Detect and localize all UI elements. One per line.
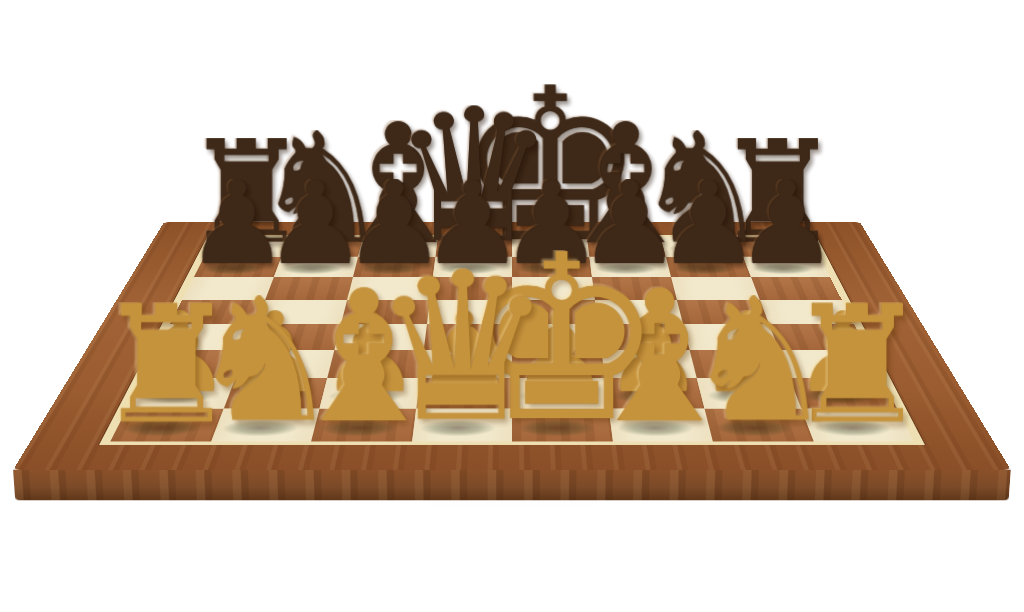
board-front-edge — [13, 470, 1011, 501]
piece-white-queen: ♛ — [370, 268, 554, 428]
piece-white-knight: ♞ — [682, 295, 835, 428]
chess-board: ♜♞♝♛♚♝♞♜♟♟♟♟♟♟♟♟♟♟♟♟♟♟♟♟♜♞♝♛♚♝♞♜ — [13, 222, 1011, 470]
mahogany-frame: ♜♞♝♛♚♝♞♜♟♟♟♟♟♟♟♟♟♟♟♟♟♟♟♟♜♞♝♛♚♝♞♜ — [13, 222, 1011, 470]
piece-black-pawn: ♟ — [735, 179, 839, 269]
chess-set-photo: ♜♞♝♛♚♝♞♜♟♟♟♟♟♟♟♟♟♟♟♟♟♟♟♟♜♞♝♛♚♝♞♜ — [0, 0, 1024, 612]
maple-inlay-border: ♜♞♝♛♚♝♞♜♟♟♟♟♟♟♟♟♟♟♟♟♟♟♟♟♜♞♝♛♚♝♞♜ — [99, 235, 925, 445]
piece-white-knight: ♞ — [188, 295, 341, 428]
square-d1: ♛ — [412, 408, 512, 441]
square-b1: ♞ — [211, 408, 320, 441]
square-g1: ♞ — [704, 408, 813, 441]
board-grid: ♜♞♝♛♚♝♞♜♟♟♟♟♟♟♟♟♟♟♟♟♟♟♟♟♜♞♝♛♚♝♞♜ — [110, 237, 913, 442]
